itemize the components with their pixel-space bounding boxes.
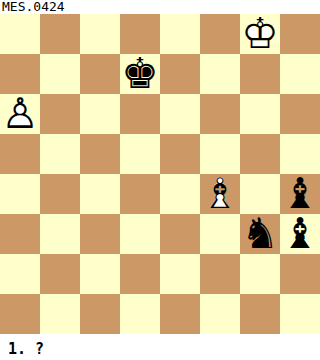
square-g7[interactable] [240, 54, 280, 94]
square-g6[interactable] [240, 94, 280, 134]
square-h3[interactable]: ♝ [280, 214, 320, 254]
square-h1[interactable] [280, 294, 320, 334]
square-h6[interactable] [280, 94, 320, 134]
square-b3[interactable] [40, 214, 80, 254]
square-a2[interactable] [0, 254, 40, 294]
square-g4[interactable] [240, 174, 280, 214]
white-bishop: ♝♗ [201, 174, 239, 214]
square-d3[interactable] [120, 214, 160, 254]
square-c7[interactable] [80, 54, 120, 94]
square-d7[interactable]: ♚ [120, 54, 160, 94]
black-bishop: ♝ [281, 214, 319, 254]
square-c8[interactable] [80, 14, 120, 54]
square-f5[interactable] [200, 134, 240, 174]
square-b4[interactable] [40, 174, 80, 214]
square-f7[interactable] [200, 54, 240, 94]
square-h8[interactable] [280, 14, 320, 54]
chess-board: ♚♔♚♟♙♝♗♝♞♝ [0, 14, 320, 334]
square-d6[interactable] [120, 94, 160, 134]
square-f6[interactable] [200, 94, 240, 134]
square-a3[interactable] [0, 214, 40, 254]
square-e3[interactable] [160, 214, 200, 254]
square-c6[interactable] [80, 94, 120, 134]
square-b1[interactable] [40, 294, 80, 334]
square-e6[interactable] [160, 94, 200, 134]
square-e7[interactable] [160, 54, 200, 94]
square-h7[interactable] [280, 54, 320, 94]
square-f2[interactable] [200, 254, 240, 294]
square-d8[interactable] [120, 14, 160, 54]
square-h2[interactable] [280, 254, 320, 294]
square-e8[interactable] [160, 14, 200, 54]
square-a4[interactable] [0, 174, 40, 214]
square-a8[interactable] [0, 14, 40, 54]
square-e1[interactable] [160, 294, 200, 334]
square-a6[interactable]: ♟♙ [0, 94, 40, 134]
square-d5[interactable] [120, 134, 160, 174]
square-d2[interactable] [120, 254, 160, 294]
black-king: ♚ [121, 54, 159, 94]
chess-diagram-window: MES.0424 ♚♔♚♟♙♝♗♝♞♝ 1. ? [0, 0, 320, 360]
square-h4[interactable]: ♝ [280, 174, 320, 214]
square-b6[interactable] [40, 94, 80, 134]
white-pawn: ♟♙ [1, 94, 39, 134]
square-b2[interactable] [40, 254, 80, 294]
square-f4[interactable]: ♝♗ [200, 174, 240, 214]
square-h5[interactable] [280, 134, 320, 174]
square-f3[interactable] [200, 214, 240, 254]
black-bishop: ♝ [281, 174, 319, 214]
square-g1[interactable] [240, 294, 280, 334]
square-c1[interactable] [80, 294, 120, 334]
white-king: ♚♔ [241, 14, 279, 54]
square-b8[interactable] [40, 14, 80, 54]
square-e5[interactable] [160, 134, 200, 174]
square-d4[interactable] [120, 174, 160, 214]
square-e2[interactable] [160, 254, 200, 294]
square-c3[interactable] [80, 214, 120, 254]
square-b7[interactable] [40, 54, 80, 94]
square-f1[interactable] [200, 294, 240, 334]
square-c4[interactable] [80, 174, 120, 214]
square-c2[interactable] [80, 254, 120, 294]
square-a5[interactable] [0, 134, 40, 174]
square-e4[interactable] [160, 174, 200, 214]
square-f8[interactable] [200, 14, 240, 54]
square-b5[interactable] [40, 134, 80, 174]
black-knight: ♞ [241, 214, 279, 254]
square-g2[interactable] [240, 254, 280, 294]
square-g3[interactable]: ♞ [240, 214, 280, 254]
move-prompt: 1. ? [0, 334, 320, 358]
square-d1[interactable] [120, 294, 160, 334]
square-g8[interactable]: ♚♔ [240, 14, 280, 54]
square-c5[interactable] [80, 134, 120, 174]
square-g5[interactable] [240, 134, 280, 174]
square-a7[interactable] [0, 54, 40, 94]
square-a1[interactable] [0, 294, 40, 334]
